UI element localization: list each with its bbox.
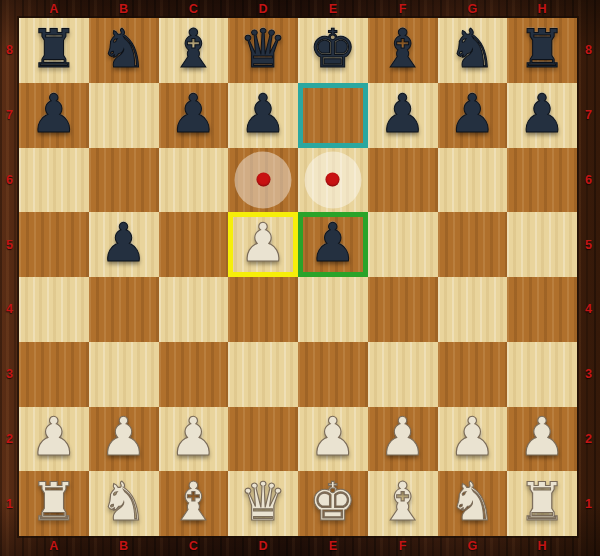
file-labels-top: ABCDEFGH — [19, 0, 577, 18]
rank-label-2: 2 — [577, 407, 600, 472]
square-b2[interactable]: ♟ — [89, 407, 159, 472]
white-pawn-d5[interactable]: ♟ — [239, 216, 287, 269]
square-b7[interactable] — [89, 83, 159, 148]
move-hint-dot-e6 — [326, 173, 340, 187]
square-a5[interactable] — [19, 212, 89, 277]
white-king-e1[interactable]: ♚ — [309, 475, 357, 528]
rank-label-2: 2 — [0, 407, 19, 472]
square-f4[interactable] — [368, 277, 438, 342]
rank-label-5: 5 — [577, 212, 600, 277]
square-f7[interactable]: ♟ — [368, 83, 438, 148]
square-e7[interactable] — [298, 83, 368, 148]
file-label-f: F — [368, 536, 438, 556]
square-d2[interactable] — [228, 407, 298, 472]
white-pawn-h2[interactable]: ♟ — [518, 410, 566, 463]
square-c8[interactable]: ♝ — [159, 18, 229, 83]
move-hint-circle-e6 — [304, 151, 361, 208]
square-g1[interactable]: ♞ — [438, 471, 508, 536]
square-h1[interactable]: ♜ — [507, 471, 577, 536]
black-rook-a8[interactable]: ♜ — [30, 22, 78, 75]
square-a6[interactable] — [19, 148, 89, 213]
square-d5[interactable]: ♟ — [228, 212, 298, 277]
square-c4[interactable] — [159, 277, 229, 342]
file-label-e: E — [298, 536, 368, 556]
black-pawn-h7[interactable]: ♟ — [518, 87, 566, 140]
square-a1[interactable]: ♜ — [19, 471, 89, 536]
square-f1[interactable]: ♝ — [368, 471, 438, 536]
file-label-d: D — [228, 536, 298, 556]
square-a3[interactable] — [19, 342, 89, 407]
white-knight-g1[interactable]: ♞ — [449, 475, 497, 528]
rank-label-5: 5 — [0, 212, 19, 277]
black-rook-h8[interactable]: ♜ — [518, 22, 566, 75]
rank-label-7: 7 — [0, 83, 19, 148]
square-f6[interactable] — [368, 148, 438, 213]
rank-label-1: 1 — [0, 471, 19, 536]
square-e1[interactable]: ♚ — [298, 471, 368, 536]
white-rook-h1[interactable]: ♜ — [518, 475, 566, 528]
square-d6[interactable] — [228, 148, 298, 213]
white-bishop-f1[interactable]: ♝ — [379, 475, 427, 528]
black-pawn-e5[interactable]: ♟ — [309, 216, 357, 269]
square-g2[interactable]: ♟ — [438, 407, 508, 472]
rank-label-8: 8 — [0, 18, 19, 83]
black-pawn-g7[interactable]: ♟ — [449, 87, 497, 140]
white-bishop-c1[interactable]: ♝ — [170, 475, 218, 528]
white-pawn-b2[interactable]: ♟ — [100, 410, 148, 463]
square-h2[interactable]: ♟ — [507, 407, 577, 472]
square-c5[interactable] — [159, 212, 229, 277]
rank-label-6: 6 — [577, 148, 600, 213]
square-e4[interactable] — [298, 277, 368, 342]
square-d1[interactable]: ♛ — [228, 471, 298, 536]
square-g5[interactable] — [438, 212, 508, 277]
file-label-c: C — [159, 0, 229, 18]
square-g3[interactable] — [438, 342, 508, 407]
rank-labels-right: 87654321 — [577, 18, 600, 536]
white-pawn-e2[interactable]: ♟ — [309, 410, 357, 463]
square-h6[interactable] — [507, 148, 577, 213]
file-label-d: D — [228, 0, 298, 18]
square-d7[interactable]: ♟ — [228, 83, 298, 148]
black-king-e8[interactable]: ♚ — [309, 22, 357, 75]
square-f2[interactable]: ♟ — [368, 407, 438, 472]
white-knight-b1[interactable]: ♞ — [100, 475, 148, 528]
file-label-e: E — [298, 0, 368, 18]
square-g6[interactable] — [438, 148, 508, 213]
rank-label-8: 8 — [577, 18, 600, 83]
file-label-b: B — [89, 536, 159, 556]
rank-label-4: 4 — [577, 277, 600, 342]
square-g7[interactable]: ♟ — [438, 83, 508, 148]
square-a2[interactable]: ♟ — [19, 407, 89, 472]
square-h4[interactable] — [507, 277, 577, 342]
file-label-a: A — [19, 536, 89, 556]
white-rook-a1[interactable]: ♜ — [30, 475, 78, 528]
square-d8[interactable]: ♛ — [228, 18, 298, 83]
square-e5[interactable]: ♟ — [298, 212, 368, 277]
white-pawn-a2[interactable]: ♟ — [30, 410, 78, 463]
square-g8[interactable]: ♞ — [438, 18, 508, 83]
square-h5[interactable] — [507, 212, 577, 277]
rank-label-7: 7 — [577, 83, 600, 148]
file-label-g: G — [438, 536, 508, 556]
rank-label-3: 3 — [577, 342, 600, 407]
black-pawn-a7[interactable]: ♟ — [30, 87, 78, 140]
square-b6[interactable] — [89, 148, 159, 213]
file-label-f: F — [368, 0, 438, 18]
file-labels-bottom: ABCDEFGH — [19, 536, 577, 556]
square-c3[interactable] — [159, 342, 229, 407]
move-hint-dot-d6 — [256, 173, 270, 187]
square-h3[interactable] — [507, 342, 577, 407]
square-e8[interactable]: ♚ — [298, 18, 368, 83]
rank-label-3: 3 — [0, 342, 19, 407]
square-f3[interactable] — [368, 342, 438, 407]
chess-board[interactable]: ♜♞♝♛♚♝♞♜♟♟♟♟♟♟♟♟♟♟♟♟♟♟♟♟♜♞♝♛♚♝♞♜ — [19, 18, 577, 536]
square-f5[interactable] — [368, 212, 438, 277]
square-h7[interactable]: ♟ — [507, 83, 577, 148]
square-b4[interactable] — [89, 277, 159, 342]
black-pawn-f7[interactable]: ♟ — [379, 87, 427, 140]
square-e6[interactable] — [298, 148, 368, 213]
file-label-c: C — [159, 536, 229, 556]
white-pawn-f2[interactable]: ♟ — [379, 410, 427, 463]
black-bishop-c8[interactable]: ♝ — [170, 22, 218, 75]
square-e2[interactable]: ♟ — [298, 407, 368, 472]
square-a7[interactable]: ♟ — [19, 83, 89, 148]
rank-label-4: 4 — [0, 277, 19, 342]
black-knight-b8[interactable]: ♞ — [100, 22, 148, 75]
black-queen-d8[interactable]: ♛ — [239, 22, 287, 75]
file-label-h: H — [507, 0, 577, 18]
square-d4[interactable] — [228, 277, 298, 342]
square-c1[interactable]: ♝ — [159, 471, 229, 536]
white-queen-d1[interactable]: ♛ — [239, 475, 287, 528]
square-b3[interactable] — [89, 342, 159, 407]
square-h8[interactable]: ♜ — [507, 18, 577, 83]
black-pawn-c7[interactable]: ♟ — [170, 87, 218, 140]
square-c7[interactable]: ♟ — [159, 83, 229, 148]
square-b5[interactable]: ♟ — [89, 212, 159, 277]
square-a8[interactable]: ♜ — [19, 18, 89, 83]
white-pawn-g2[interactable]: ♟ — [449, 410, 497, 463]
chessboard-frame: ABCDEFGH ABCDEFGH 87654321 87654321 ♜♞♝♛… — [0, 0, 600, 556]
file-label-h: H — [507, 536, 577, 556]
square-b1[interactable]: ♞ — [89, 471, 159, 536]
black-pawn-b5[interactable]: ♟ — [100, 216, 148, 269]
file-label-a: A — [19, 0, 89, 18]
file-label-b: B — [89, 0, 159, 18]
rank-label-1: 1 — [577, 471, 600, 536]
square-g4[interactable] — [438, 277, 508, 342]
square-b8[interactable]: ♞ — [89, 18, 159, 83]
move-hint-circle-d6 — [235, 151, 292, 208]
white-pawn-c2[interactable]: ♟ — [170, 410, 218, 463]
black-bishop-f8[interactable]: ♝ — [379, 22, 427, 75]
square-e3[interactable] — [298, 342, 368, 407]
black-knight-g8[interactable]: ♞ — [449, 22, 497, 75]
square-f8[interactable]: ♝ — [368, 18, 438, 83]
black-pawn-d7[interactable]: ♟ — [239, 87, 287, 140]
square-c6[interactable] — [159, 148, 229, 213]
square-d3[interactable] — [228, 342, 298, 407]
rank-labels-left: 87654321 — [0, 18, 19, 536]
square-a4[interactable] — [19, 277, 89, 342]
file-label-g: G — [438, 0, 508, 18]
square-c2[interactable]: ♟ — [159, 407, 229, 472]
rank-label-6: 6 — [0, 148, 19, 213]
